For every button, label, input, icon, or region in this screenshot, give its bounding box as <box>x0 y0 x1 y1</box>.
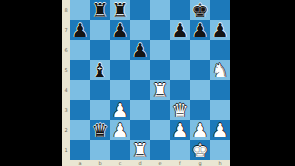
square-f7[interactable]: ♟ <box>170 20 190 40</box>
square-h8[interactable] <box>210 0 230 20</box>
square-h4[interactable] <box>210 80 230 100</box>
rank-label-7: 7 <box>62 20 70 40</box>
square-f5[interactable] <box>170 60 190 80</box>
black-king-g8[interactable]: ♚ <box>191 0 208 20</box>
white-pawn-c3[interactable]: ♟ <box>111 100 128 120</box>
square-g5[interactable] <box>190 60 210 80</box>
square-h5[interactable]: ♞ <box>210 60 230 80</box>
square-h7[interactable]: ♟ <box>210 20 230 40</box>
square-g1[interactable]: ♚ <box>190 140 210 160</box>
square-f8[interactable] <box>170 0 190 20</box>
square-f4[interactable] <box>170 80 190 100</box>
black-pawn-g7[interactable]: ♟ <box>191 20 208 40</box>
square-a1[interactable] <box>70 140 90 160</box>
white-pawn-g2[interactable]: ♟ <box>191 120 208 140</box>
square-d3[interactable] <box>130 100 150 120</box>
file-label-a: a <box>70 160 90 166</box>
square-d7[interactable] <box>130 20 150 40</box>
board-grid: ♜♜♚♟♟♟♟♟♟♝♞♜♟♛♛♟♟♟♟♜♚ <box>70 0 230 160</box>
rank-label-8: 8 <box>62 0 70 20</box>
file-label-g: g <box>190 160 210 166</box>
rank-label-1: 1 <box>62 140 70 160</box>
square-h1[interactable] <box>210 140 230 160</box>
file-label-d: d <box>130 160 150 166</box>
square-b3[interactable] <box>90 100 110 120</box>
square-g3[interactable] <box>190 100 210 120</box>
rank-labels: 87654321 <box>62 0 70 166</box>
square-c6[interactable] <box>110 40 130 60</box>
white-queen-f3[interactable]: ♛ <box>171 100 188 120</box>
square-a4[interactable] <box>70 80 90 100</box>
square-b8[interactable]: ♜ <box>90 0 110 20</box>
square-c8[interactable]: ♜ <box>110 0 130 20</box>
black-pawn-d6[interactable]: ♟ <box>131 40 148 60</box>
chess-board: 87654321 ♜♜♚♟♟♟♟♟♟♝♞♜♟♛♛♟♟♟♟♜♚ abcdefgh <box>62 0 230 166</box>
file-label-c: c <box>110 160 130 166</box>
square-b5[interactable]: ♝ <box>90 60 110 80</box>
square-b1[interactable] <box>90 140 110 160</box>
square-c7[interactable]: ♟ <box>110 20 130 40</box>
square-e6[interactable] <box>150 40 170 60</box>
square-g8[interactable]: ♚ <box>190 0 210 20</box>
square-h6[interactable] <box>210 40 230 60</box>
white-pawn-c2[interactable]: ♟ <box>111 120 128 140</box>
square-b2[interactable]: ♛ <box>90 120 110 140</box>
square-e7[interactable] <box>150 20 170 40</box>
square-c2[interactable]: ♟ <box>110 120 130 140</box>
square-d4[interactable] <box>130 80 150 100</box>
square-a3[interactable] <box>70 100 90 120</box>
square-d8[interactable] <box>130 0 150 20</box>
square-f1[interactable] <box>170 140 190 160</box>
file-labels: abcdefgh <box>70 160 230 166</box>
square-c3[interactable]: ♟ <box>110 100 130 120</box>
black-pawn-a7[interactable]: ♟ <box>71 20 88 40</box>
black-rook-c8[interactable]: ♜ <box>111 0 128 20</box>
square-e3[interactable] <box>150 100 170 120</box>
square-c4[interactable] <box>110 80 130 100</box>
file-label-h: h <box>210 160 230 166</box>
square-c1[interactable] <box>110 140 130 160</box>
white-king-g1[interactable]: ♚ <box>191 140 208 160</box>
file-label-e: e <box>150 160 170 166</box>
square-f3[interactable]: ♛ <box>170 100 190 120</box>
square-a8[interactable] <box>70 0 90 20</box>
square-g2[interactable]: ♟ <box>190 120 210 140</box>
square-b4[interactable] <box>90 80 110 100</box>
black-bishop-b5[interactable]: ♝ <box>91 60 108 80</box>
square-d5[interactable] <box>130 60 150 80</box>
square-e8[interactable] <box>150 0 170 20</box>
square-g4[interactable] <box>190 80 210 100</box>
square-e5[interactable] <box>150 60 170 80</box>
white-pawn-h2[interactable]: ♟ <box>211 120 228 140</box>
square-d6[interactable]: ♟ <box>130 40 150 60</box>
square-d1[interactable]: ♜ <box>130 140 150 160</box>
square-g6[interactable] <box>190 40 210 60</box>
square-a6[interactable] <box>70 40 90 60</box>
black-pawn-c7[interactable]: ♟ <box>111 20 128 40</box>
white-pawn-f2[interactable]: ♟ <box>171 120 188 140</box>
white-rook-e4[interactable]: ♜ <box>151 80 168 100</box>
square-b7[interactable] <box>90 20 110 40</box>
square-f2[interactable]: ♟ <box>170 120 190 140</box>
square-a7[interactable]: ♟ <box>70 20 90 40</box>
black-queen-b2[interactable]: ♛ <box>91 120 108 140</box>
rank-label-3: 3 <box>62 100 70 120</box>
black-pawn-h7[interactable]: ♟ <box>211 20 228 40</box>
square-h3[interactable] <box>210 100 230 120</box>
rank-label-6: 6 <box>62 40 70 60</box>
white-knight-h5[interactable]: ♞ <box>211 60 228 80</box>
black-pawn-f7[interactable]: ♟ <box>171 20 188 40</box>
screenshot-stage: 87654321 ♜♜♚♟♟♟♟♟♟♝♞♜♟♛♛♟♟♟♟♜♚ abcdefgh <box>0 0 295 166</box>
rank-label-5: 5 <box>62 60 70 80</box>
rank-label-2: 2 <box>62 120 70 140</box>
square-c5[interactable] <box>110 60 130 80</box>
square-f6[interactable] <box>170 40 190 60</box>
white-rook-d1[interactable]: ♜ <box>131 140 148 160</box>
square-d2[interactable] <box>130 120 150 140</box>
square-b6[interactable] <box>90 40 110 60</box>
square-a5[interactable] <box>70 60 90 80</box>
square-a2[interactable] <box>70 120 90 140</box>
square-g7[interactable]: ♟ <box>190 20 210 40</box>
black-rook-b8[interactable]: ♜ <box>91 0 108 20</box>
square-e4[interactable]: ♜ <box>150 80 170 100</box>
rank-label-4: 4 <box>62 80 70 100</box>
square-e2[interactable] <box>150 120 170 140</box>
file-label-b: b <box>90 160 110 166</box>
file-label-f: f <box>170 160 190 166</box>
square-h2[interactable]: ♟ <box>210 120 230 140</box>
square-e1[interactable] <box>150 140 170 160</box>
